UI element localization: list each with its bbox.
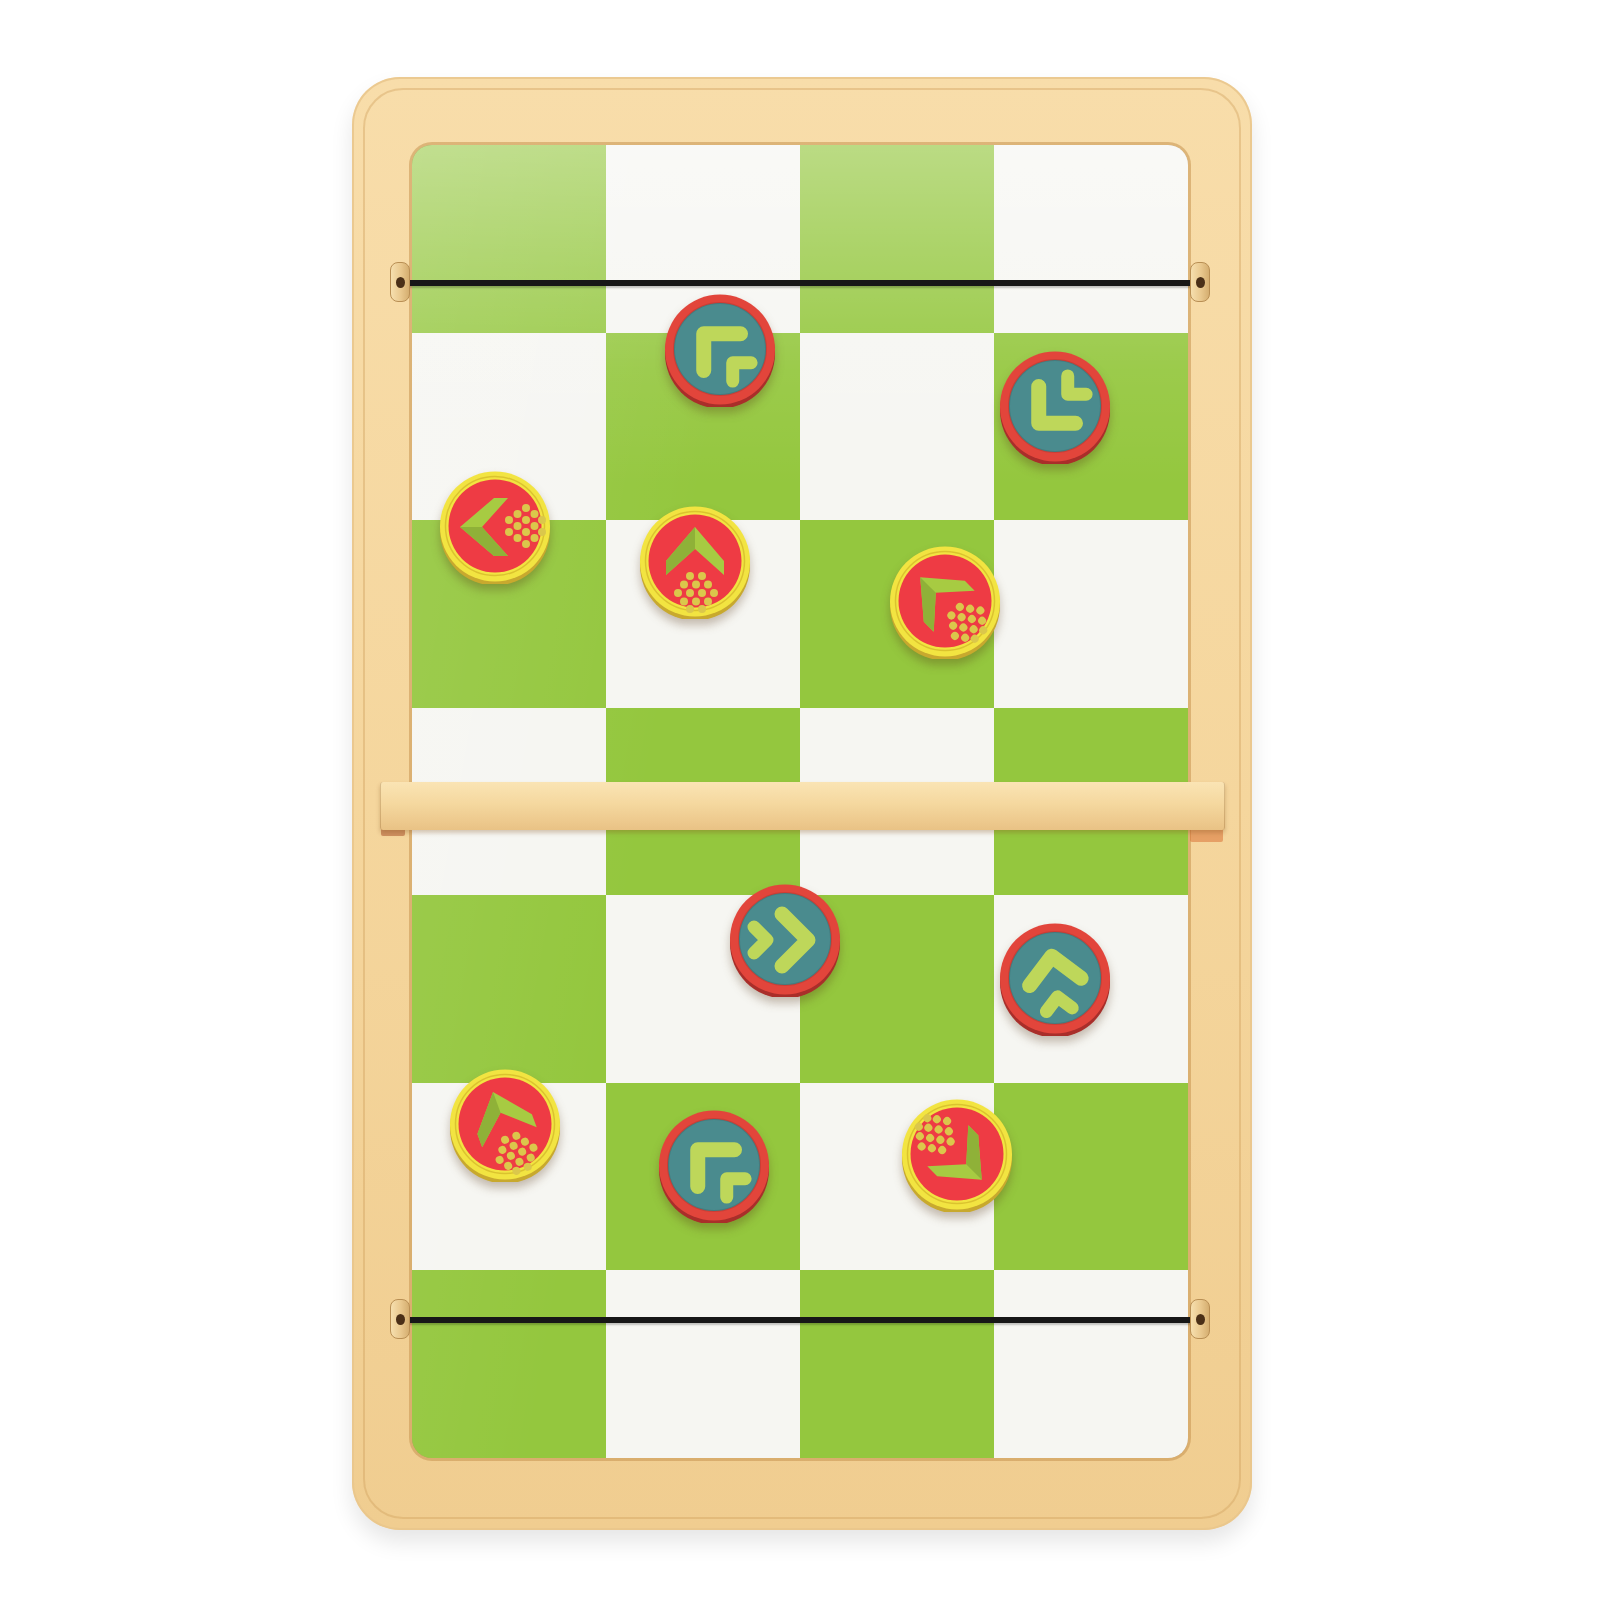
puck-red-1-arrow-left[interactable]	[438, 470, 552, 584]
puck-art	[888, 545, 1002, 659]
puck-teal-4-arrow-up[interactable]	[998, 922, 1112, 1036]
puck-art	[900, 1098, 1014, 1212]
puck-art	[728, 883, 842, 997]
puck-art	[657, 1109, 771, 1223]
puck-art	[663, 293, 777, 407]
puck-teal-2-arrow-down-left[interactable]	[998, 350, 1112, 464]
board-photo	[0, 0, 1600, 1600]
puck-art	[448, 1068, 562, 1182]
puck-red-3-arrow-up-left[interactable]	[888, 545, 1002, 659]
puck-teal-3-arrow-right[interactable]	[728, 883, 842, 997]
puck-teal-1-arrow-up-left[interactable]	[663, 293, 777, 407]
puck-layer	[0, 0, 1600, 1600]
puck-art	[998, 922, 1112, 1036]
puck-art	[998, 350, 1112, 464]
puck-art	[638, 505, 752, 619]
puck-red-5-arrow-down-right[interactable]	[900, 1098, 1014, 1212]
puck-red-4-arrow-up-left[interactable]	[448, 1068, 562, 1182]
puck-teal-5-arrow-up-left[interactable]	[657, 1109, 771, 1223]
puck-art	[438, 470, 552, 584]
puck-red-2-arrow-up[interactable]	[638, 505, 752, 619]
